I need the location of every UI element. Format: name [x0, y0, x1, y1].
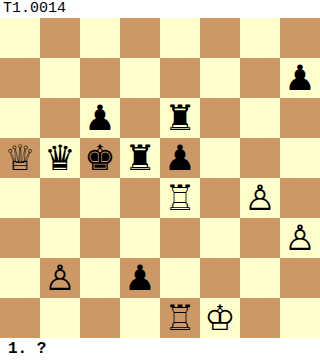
- chess-board: ♟♟♜♕♛♚♜♟♖♙♙♙♟♖♔: [0, 18, 320, 338]
- square-b1[interactable]: [40, 298, 80, 338]
- move-prompt: 1. ?: [0, 338, 320, 360]
- piece-white-king: ♔: [204, 298, 235, 338]
- piece-black-pawn: ♟: [124, 258, 155, 298]
- square-e4[interactable]: ♖: [160, 178, 200, 218]
- square-a4[interactable]: [0, 178, 40, 218]
- square-b5[interactable]: ♛: [40, 138, 80, 178]
- square-b3[interactable]: [40, 218, 80, 258]
- square-f5[interactable]: [200, 138, 240, 178]
- square-a5[interactable]: ♕: [0, 138, 40, 178]
- square-d7[interactable]: [120, 58, 160, 98]
- square-c8[interactable]: [80, 18, 120, 58]
- square-f6[interactable]: [200, 98, 240, 138]
- square-a6[interactable]: [0, 98, 40, 138]
- piece-white-queen: ♕: [4, 138, 35, 178]
- square-e1[interactable]: ♖: [160, 298, 200, 338]
- square-d2[interactable]: ♟: [120, 258, 160, 298]
- square-d8[interactable]: [120, 18, 160, 58]
- square-c1[interactable]: [80, 298, 120, 338]
- square-g3[interactable]: [240, 218, 280, 258]
- piece-black-pawn: ♟: [84, 98, 115, 138]
- square-d3[interactable]: [120, 218, 160, 258]
- square-c5[interactable]: ♚: [80, 138, 120, 178]
- square-h8[interactable]: [280, 18, 320, 58]
- piece-white-pawn: ♙: [44, 258, 75, 298]
- square-d6[interactable]: [120, 98, 160, 138]
- square-f4[interactable]: [200, 178, 240, 218]
- square-d5[interactable]: ♜: [120, 138, 160, 178]
- square-g7[interactable]: [240, 58, 280, 98]
- square-f1[interactable]: ♔: [200, 298, 240, 338]
- square-b7[interactable]: [40, 58, 80, 98]
- piece-black-rook: ♜: [124, 138, 155, 178]
- square-c7[interactable]: [80, 58, 120, 98]
- square-e8[interactable]: [160, 18, 200, 58]
- square-a8[interactable]: [0, 18, 40, 58]
- square-d1[interactable]: [120, 298, 160, 338]
- piece-black-pawn: ♟: [284, 58, 315, 98]
- piece-black-pawn: ♟: [164, 138, 195, 178]
- piece-white-pawn: ♙: [244, 178, 275, 218]
- square-a3[interactable]: [0, 218, 40, 258]
- square-e6[interactable]: ♜: [160, 98, 200, 138]
- square-h7[interactable]: ♟: [280, 58, 320, 98]
- square-e2[interactable]: [160, 258, 200, 298]
- chess-puzzle-window: T1.0014 ♟♟♜♕♛♚♜♟♖♙♙♙♟♖♔ 1. ?: [0, 0, 320, 360]
- square-c3[interactable]: [80, 218, 120, 258]
- square-c4[interactable]: [80, 178, 120, 218]
- square-h5[interactable]: [280, 138, 320, 178]
- piece-black-queen: ♛: [44, 138, 75, 178]
- square-c6[interactable]: ♟: [80, 98, 120, 138]
- square-g8[interactable]: [240, 18, 280, 58]
- square-a1[interactable]: [0, 298, 40, 338]
- square-f3[interactable]: [200, 218, 240, 258]
- square-e3[interactable]: [160, 218, 200, 258]
- square-g2[interactable]: [240, 258, 280, 298]
- square-b4[interactable]: [40, 178, 80, 218]
- square-h1[interactable]: [280, 298, 320, 338]
- square-h4[interactable]: [280, 178, 320, 218]
- square-b8[interactable]: [40, 18, 80, 58]
- square-f2[interactable]: [200, 258, 240, 298]
- piece-white-rook: ♖: [164, 298, 195, 338]
- square-a7[interactable]: [0, 58, 40, 98]
- square-a2[interactable]: [0, 258, 40, 298]
- square-e7[interactable]: [160, 58, 200, 98]
- square-g6[interactable]: [240, 98, 280, 138]
- piece-black-king: ♚: [84, 138, 115, 178]
- piece-white-pawn: ♙: [284, 218, 315, 258]
- puzzle-title: T1.0014: [0, 0, 320, 18]
- square-h3[interactable]: ♙: [280, 218, 320, 258]
- square-f7[interactable]: [200, 58, 240, 98]
- square-c2[interactable]: [80, 258, 120, 298]
- square-h6[interactable]: [280, 98, 320, 138]
- square-d4[interactable]: [120, 178, 160, 218]
- square-g1[interactable]: [240, 298, 280, 338]
- piece-white-rook: ♖: [164, 178, 195, 218]
- square-b2[interactable]: ♙: [40, 258, 80, 298]
- square-g5[interactable]: [240, 138, 280, 178]
- square-h2[interactable]: [280, 258, 320, 298]
- square-e5[interactable]: ♟: [160, 138, 200, 178]
- square-f8[interactable]: [200, 18, 240, 58]
- square-g4[interactable]: ♙: [240, 178, 280, 218]
- square-b6[interactable]: [40, 98, 80, 138]
- piece-black-rook: ♜: [164, 98, 195, 138]
